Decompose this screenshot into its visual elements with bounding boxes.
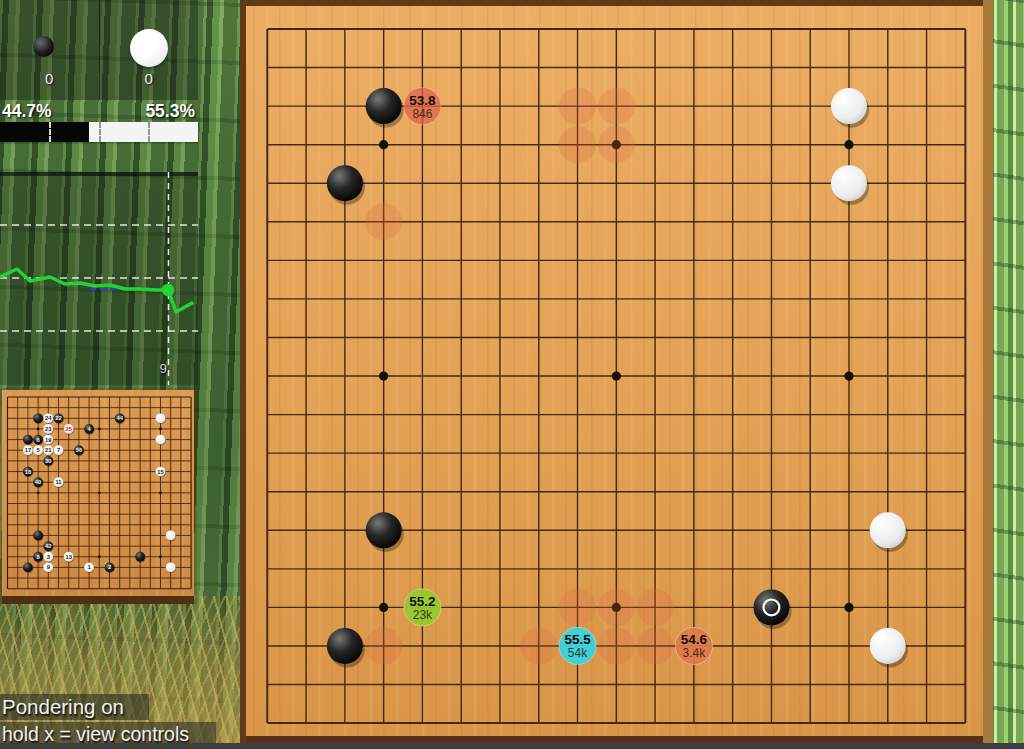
variation-board-canvas[interactable]: 2422442325461917521756301815401142831391…	[0, 388, 197, 604]
svg-text:11: 11	[55, 479, 62, 485]
svg-text:56: 56	[76, 447, 83, 453]
svg-text:23k: 23k	[413, 608, 433, 622]
white-stone-icon	[130, 29, 168, 67]
svg-text:53.8: 53.8	[409, 93, 436, 108]
controls-hint-text: hold x = view controls	[2, 723, 189, 745]
svg-text:40: 40	[35, 479, 41, 485]
svg-text:2: 2	[108, 564, 111, 570]
variation-board[interactable]: 2422442325461917521756301815401142831391…	[0, 388, 197, 604]
analysis-sidebar: 0 0 44.7% 55.3% 9 2422442325461917521756…	[0, 0, 198, 749]
svg-text:54k: 54k	[568, 646, 588, 660]
window-bottom-bar	[0, 743, 1024, 749]
svg-text:3.4k: 3.4k	[683, 646, 707, 660]
svg-text:42: 42	[45, 543, 51, 549]
winrate-graph-canvas[interactable]	[0, 172, 198, 385]
svg-text:21: 21	[45, 447, 52, 453]
svg-text:55.2: 55.2	[409, 594, 435, 609]
svg-text:19: 19	[45, 437, 52, 443]
svg-text:22: 22	[55, 415, 61, 421]
capture-panel: 0 0	[0, 0, 198, 100]
svg-text:30: 30	[45, 458, 51, 464]
winrate-bar-tick-25	[49, 122, 51, 142]
black-winrate-label: 44.7%	[2, 101, 52, 122]
svg-text:55.5: 55.5	[564, 632, 591, 647]
move-number-label: 9	[159, 361, 167, 376]
winrate-graph[interactable]: 9	[0, 172, 198, 385]
svg-text:24: 24	[45, 415, 52, 421]
svg-text:7: 7	[57, 447, 60, 453]
svg-text:18: 18	[25, 469, 32, 475]
winrate-labels: 44.7% 55.3%	[0, 101, 198, 121]
winrate-bar-tick-75	[148, 122, 150, 142]
white-capture-count: 0	[100, 70, 199, 87]
svg-text:17: 17	[25, 447, 31, 453]
svg-text:44: 44	[116, 415, 123, 421]
svg-text:23: 23	[45, 426, 52, 432]
white-winrate-label: 55.3%	[145, 101, 195, 122]
main-board-canvas[interactable]: 53.884655.223k55.554k54.63.4k	[240, 0, 993, 743]
winrate-bar-black	[0, 122, 89, 142]
winrate-bar-tick-50	[99, 122, 101, 142]
svg-text:13: 13	[65, 554, 72, 560]
main-board[interactable]: 53.884655.223k55.554k54.63.4k	[240, 0, 993, 743]
svg-text:54.6: 54.6	[681, 632, 708, 647]
svg-text:25: 25	[65, 426, 72, 432]
svg-text:846: 846	[412, 107, 432, 121]
pondering-status: Pondering on	[0, 694, 149, 720]
black-capture-cell: 0	[0, 0, 100, 100]
black-stone-icon	[33, 36, 54, 57]
winrate-bar	[0, 122, 198, 142]
white-capture-cell: 0	[100, 0, 199, 100]
pondering-status-text: Pondering on	[2, 695, 124, 718]
svg-text:15: 15	[157, 469, 164, 475]
black-capture-count: 0	[0, 70, 99, 87]
